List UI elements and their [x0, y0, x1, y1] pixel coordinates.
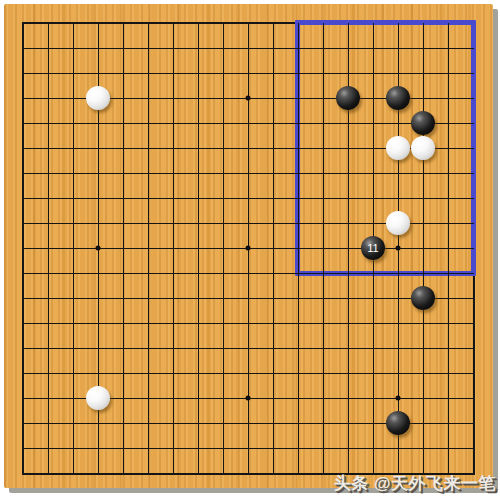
grid-line-horizontal [23, 323, 474, 324]
star-point [96, 246, 101, 251]
watermark: 头条 @天外飞来一笔 [334, 472, 496, 495]
stone-black-Q16 [386, 86, 410, 110]
stone-black-R8 [411, 286, 435, 310]
stone-black-R15 [411, 111, 435, 135]
stone-black-O16 [336, 86, 360, 110]
star-point [246, 396, 251, 401]
grid-line-horizontal [23, 273, 474, 274]
star-point [246, 96, 251, 101]
grid-line-vertical [298, 23, 299, 474]
grid-line-vertical [448, 23, 449, 474]
stone-white-D4 [86, 386, 110, 410]
grid-line-vertical [423, 23, 424, 474]
stone-white-Q14 [386, 136, 410, 160]
stone-white-R14 [411, 136, 435, 160]
grid-line-horizontal [23, 448, 474, 449]
star-point [396, 246, 401, 251]
star-point [396, 396, 401, 401]
stone-white-D16 [86, 86, 110, 110]
grid-line-vertical [273, 23, 274, 474]
grid-line-horizontal [23, 348, 474, 349]
grid-line-horizontal [23, 373, 474, 374]
page-background: 11 头条 @天外飞来一笔 [0, 0, 500, 500]
stone-black-P10: 11 [361, 236, 385, 260]
stone-white-Q11 [386, 211, 410, 235]
stone-black-Q3 [386, 411, 410, 435]
grid-line-horizontal [23, 298, 474, 299]
grid-line-vertical [323, 23, 324, 474]
go-board: 11 [4, 4, 493, 488]
star-point [246, 246, 251, 251]
move-number-label: 11 [367, 243, 378, 254]
